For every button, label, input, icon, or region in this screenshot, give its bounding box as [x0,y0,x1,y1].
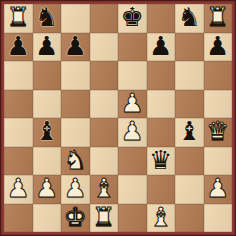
square-f2[interactable] [147,175,176,204]
square-e5[interactable]: ♟ [118,90,147,119]
piece-black-knight: ♞ [35,3,58,32]
square-a7[interactable]: ♟ [4,33,33,62]
square-d6[interactable] [90,61,119,90]
square-g7[interactable] [175,33,204,62]
square-g5[interactable] [175,90,204,119]
piece-white-king: ♚ [64,203,87,232]
piece-white-knight: ♞ [64,146,87,175]
square-h2[interactable]: ♟ [204,175,233,204]
piece-white-pawn: ♟ [7,174,30,203]
square-f1[interactable]: ♝ [147,204,176,233]
square-b2[interactable]: ♟ [33,175,62,204]
square-e4[interactable]: ♟ [118,118,147,147]
square-d2[interactable]: ♝ [90,175,119,204]
square-f5[interactable] [147,90,176,119]
square-e6[interactable] [118,61,147,90]
square-g3[interactable] [175,147,204,176]
square-b1[interactable] [33,204,62,233]
square-g1[interactable] [175,204,204,233]
square-a2[interactable]: ♟ [4,175,33,204]
square-d5[interactable] [90,90,119,119]
piece-black-pawn: ♟ [35,32,58,61]
piece-white-pawn: ♟ [64,174,87,203]
square-f6[interactable] [147,61,176,90]
square-h8[interactable]: ♜ [204,4,233,33]
chess-board: ♜♞♚♞♜♟♟♟♟♟♟♝♟♝♛♞♛♟♟♟♝♟♚♜♝ [4,4,232,232]
square-a6[interactable] [4,61,33,90]
square-c2[interactable]: ♟ [61,175,90,204]
square-g6[interactable] [175,61,204,90]
square-d1[interactable]: ♜ [90,204,119,233]
square-f3[interactable]: ♛ [147,147,176,176]
piece-white-bishop: ♝ [92,174,115,203]
square-c3[interactable]: ♞ [61,147,90,176]
piece-black-pawn: ♟ [7,32,30,61]
piece-white-rook: ♜ [92,203,115,232]
piece-white-bishop: ♝ [149,203,172,232]
square-e3[interactable] [118,147,147,176]
piece-white-pawn: ♟ [206,174,229,203]
square-c7[interactable]: ♟ [61,33,90,62]
square-a3[interactable] [4,147,33,176]
square-c5[interactable] [61,90,90,119]
square-b7[interactable]: ♟ [33,33,62,62]
square-e1[interactable] [118,204,147,233]
square-a8[interactable]: ♜ [4,4,33,33]
square-c1[interactable]: ♚ [61,204,90,233]
square-b8[interactable]: ♞ [33,4,62,33]
square-h6[interactable] [204,61,233,90]
piece-black-bishop: ♝ [178,117,201,146]
square-b6[interactable] [33,61,62,90]
piece-black-pawn: ♟ [206,32,229,61]
square-c8[interactable] [61,4,90,33]
board-frame: ♜♞♚♞♜♟♟♟♟♟♟♝♟♝♛♞♛♟♟♟♝♟♚♜♝ [0,0,236,236]
square-c6[interactable] [61,61,90,90]
piece-white-pawn: ♟ [121,117,144,146]
square-e8[interactable]: ♚ [118,4,147,33]
square-e7[interactable] [118,33,147,62]
square-h5[interactable] [204,90,233,119]
square-h7[interactable]: ♟ [204,33,233,62]
piece-black-knight: ♞ [178,3,201,32]
piece-black-king: ♚ [121,3,144,32]
piece-black-queen: ♛ [149,146,172,175]
square-h4[interactable]: ♛ [204,118,233,147]
square-g2[interactable] [175,175,204,204]
piece-white-pawn: ♟ [121,89,144,118]
piece-white-queen: ♛ [206,117,229,146]
square-f4[interactable] [147,118,176,147]
square-c4[interactable] [61,118,90,147]
piece-black-pawn: ♟ [149,32,172,61]
piece-white-pawn: ♟ [35,174,58,203]
square-g4[interactable]: ♝ [175,118,204,147]
square-d8[interactable] [90,4,119,33]
square-h3[interactable] [204,147,233,176]
square-a1[interactable] [4,204,33,233]
piece-white-rook: ♜ [7,3,30,32]
piece-white-rook: ♜ [206,3,229,32]
square-d7[interactable] [90,33,119,62]
piece-black-pawn: ♟ [64,32,87,61]
square-b5[interactable] [33,90,62,119]
square-g8[interactable]: ♞ [175,4,204,33]
square-a5[interactable] [4,90,33,119]
square-d3[interactable] [90,147,119,176]
square-a4[interactable] [4,118,33,147]
square-h1[interactable] [204,204,233,233]
piece-black-bishop: ♝ [35,117,58,146]
square-e2[interactable] [118,175,147,204]
square-f8[interactable] [147,4,176,33]
square-d4[interactable] [90,118,119,147]
square-b4[interactable]: ♝ [33,118,62,147]
square-b3[interactable] [33,147,62,176]
square-f7[interactable]: ♟ [147,33,176,62]
